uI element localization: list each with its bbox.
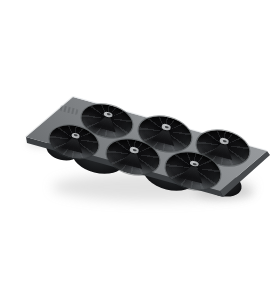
cavity-cone-hole (73, 134, 77, 137)
cavity-cone-hole (132, 149, 136, 152)
cavity-cone-hole (106, 113, 110, 116)
cavity-cone-hole (192, 162, 197, 165)
product-photo (0, 0, 275, 290)
cavity-cone-hole (222, 140, 226, 143)
mold-cavities-layer (0, 0, 275, 290)
cavity-cone-hole (164, 126, 168, 129)
